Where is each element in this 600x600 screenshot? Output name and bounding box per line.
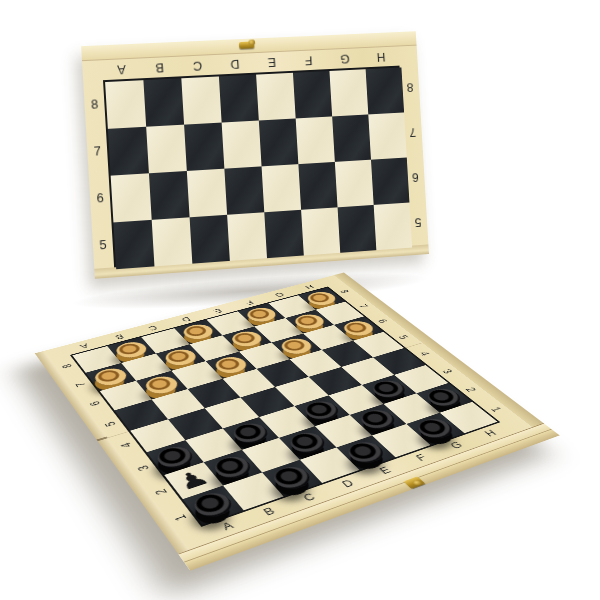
standing-square-f8 [293,71,332,118]
standing-square-c8 [181,76,221,124]
standing-file-label-b: B [140,57,179,79]
standing-square-h6 [371,157,409,204]
standing-square-b7 [146,125,187,174]
standing-square-e8 [256,73,296,121]
standing-file-label-c: C [178,55,217,76]
standing-square-h7 [368,112,406,159]
standing-square-a7 [108,127,149,176]
flat-open-board-area: ABCDEFGH ABCDEFGH 87654321 87654321 ♟ [86,208,468,588]
brass-clasp-knob-icon [249,39,256,45]
standing-square-g8 [329,69,368,116]
standing-square-f7 [296,116,335,164]
standing-rank-label-6: 6 [405,155,426,201]
standing-square-f6 [298,162,337,210]
standing-file-label-h: H [362,46,399,67]
standing-rank-label-7: 7 [402,110,423,156]
standing-square-d8 [219,75,259,123]
standing-file-label-f: F [290,50,328,71]
product-photo-chess-checkers-set: ABCDEFGH 8765 8765 ABCDEFGH ABCDEFGH 876… [0,0,600,600]
flat-board-face: ABCDEFGH ABCDEFGH 87654321 87654321 ♟ [44,275,532,550]
standing-file-label-e: E [253,51,291,72]
flat-open-board: ABCDEFGH ABCDEFGH 87654321 87654321 ♟ [35,273,559,570]
standing-square-a8 [105,80,146,129]
standing-square-g7 [332,114,371,161]
pawn-mark-icon: ♟ [172,466,214,493]
standing-square-e7 [259,118,299,166]
standing-square-h8 [366,67,404,114]
standing-square-d7 [222,120,262,168]
standing-square-b8 [143,78,184,126]
fold-notch [96,437,107,442]
standing-square-g6 [335,160,374,208]
standing-file-label-d: D [216,53,254,74]
standing-rank-label-8: 8 [83,80,106,128]
standing-file-label-g: G [326,48,363,69]
standing-file-label-a: A [102,58,142,80]
standing-rank-label-7: 7 [86,127,109,175]
standing-rank-label-8: 8 [399,65,420,111]
standing-square-e6 [262,164,302,212]
standing-square-c7 [184,123,224,171]
